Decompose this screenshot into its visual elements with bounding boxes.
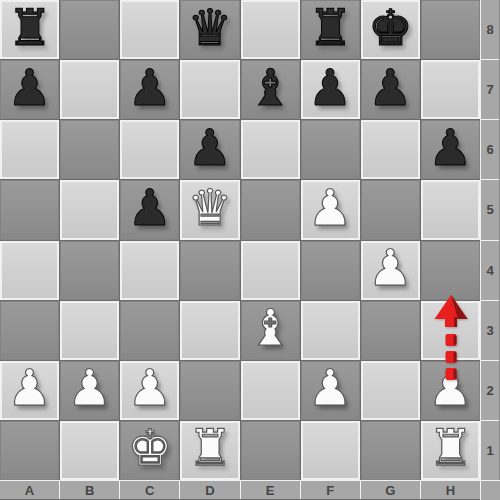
square-f2[interactable]: ♟: [301, 361, 360, 420]
square-f3[interactable]: [301, 301, 360, 360]
square-a1[interactable]: [0, 421, 59, 480]
file-labels: ABCDEFGH: [0, 480, 480, 500]
square-b6[interactable]: [60, 120, 119, 179]
square-d3[interactable]: [180, 301, 239, 360]
file-label-b: B: [60, 481, 119, 499]
square-g6[interactable]: [361, 120, 420, 179]
piece-black-pawn-a7[interactable]: ♟: [7, 63, 52, 113]
piece-white-bishop-e3[interactable]: ♝: [248, 303, 293, 353]
square-d6[interactable]: ♟: [180, 120, 239, 179]
piece-white-pawn-c2[interactable]: ♟: [127, 363, 172, 413]
square-h1[interactable]: ♜: [421, 421, 480, 480]
file-label-c: C: [120, 481, 179, 499]
square-b5[interactable]: [60, 180, 119, 239]
square-c8[interactable]: [120, 0, 179, 59]
square-f4[interactable]: [301, 241, 360, 300]
square-g1[interactable]: [361, 421, 420, 480]
square-g7[interactable]: ♟: [361, 60, 420, 119]
square-d5[interactable]: ♛: [180, 180, 239, 239]
piece-black-pawn-c5[interactable]: ♟: [127, 183, 172, 233]
square-f6[interactable]: [301, 120, 360, 179]
square-c4[interactable]: [120, 241, 179, 300]
square-c1[interactable]: ♚: [120, 421, 179, 480]
square-e4[interactable]: [241, 241, 300, 300]
piece-white-pawn-f2[interactable]: ♟: [308, 363, 353, 413]
square-b1[interactable]: [60, 421, 119, 480]
square-a5[interactable]: [0, 180, 59, 239]
square-a4[interactable]: [0, 241, 59, 300]
piece-black-pawn-h6[interactable]: ♟: [428, 123, 473, 173]
square-b4[interactable]: [60, 241, 119, 300]
piece-white-pawn-f5[interactable]: ♟: [308, 183, 353, 233]
square-g4[interactable]: ♟: [361, 241, 420, 300]
file-label-f: F: [301, 481, 360, 499]
square-h6[interactable]: ♟: [421, 120, 480, 179]
file-label-e: E: [241, 481, 300, 499]
piece-black-bishop-e7[interactable]: ♝: [248, 63, 293, 113]
square-e2[interactable]: [241, 361, 300, 420]
rank-label-6: 6: [481, 120, 499, 179]
piece-black-king-g8[interactable]: ♚: [368, 3, 413, 53]
piece-black-queen-d8[interactable]: ♛: [188, 3, 233, 53]
square-g5[interactable]: [361, 180, 420, 239]
piece-white-queen-d5[interactable]: ♛: [188, 183, 233, 233]
square-g8[interactable]: ♚: [361, 0, 420, 59]
square-d4[interactable]: [180, 241, 239, 300]
piece-black-pawn-c7[interactable]: ♟: [127, 63, 172, 113]
file-label-a: A: [0, 481, 59, 499]
square-e3[interactable]: ♝: [241, 301, 300, 360]
rank-label-2: 2: [481, 361, 499, 420]
square-a6[interactable]: [0, 120, 59, 179]
square-h5[interactable]: [421, 180, 480, 239]
piece-black-rook-f8[interactable]: ♜: [308, 3, 353, 53]
square-h4[interactable]: [421, 241, 480, 300]
square-a2[interactable]: ♟: [0, 361, 59, 420]
square-c6[interactable]: [120, 120, 179, 179]
square-d1[interactable]: ♜: [180, 421, 239, 480]
square-g3[interactable]: [361, 301, 420, 360]
square-b8[interactable]: [60, 0, 119, 59]
piece-white-rook-d1[interactable]: ♜: [188, 423, 233, 473]
piece-white-pawn-b2[interactable]: ♟: [67, 363, 112, 413]
square-b3[interactable]: [60, 301, 119, 360]
square-e8[interactable]: [241, 0, 300, 59]
piece-white-pawn-g4[interactable]: ♟: [368, 243, 413, 293]
rank-labels: 87654321: [480, 0, 500, 480]
square-a3[interactable]: [0, 301, 59, 360]
square-c5[interactable]: ♟: [120, 180, 179, 239]
file-label-h: H: [421, 481, 480, 499]
square-g2[interactable]: [361, 361, 420, 420]
square-c7[interactable]: ♟: [120, 60, 179, 119]
square-h2[interactable]: ♟: [421, 361, 480, 420]
square-f8[interactable]: ♜: [301, 0, 360, 59]
rank-label-5: 5: [481, 180, 499, 239]
piece-white-pawn-h2[interactable]: ♟: [428, 363, 473, 413]
rank-label-8: 8: [481, 0, 499, 59]
rank-label-4: 4: [481, 241, 499, 300]
square-b7[interactable]: [60, 60, 119, 119]
square-b2[interactable]: ♟: [60, 361, 119, 420]
piece-black-pawn-f7[interactable]: ♟: [308, 63, 353, 113]
rank-label-1: 1: [481, 421, 499, 480]
square-a7[interactable]: ♟: [0, 60, 59, 119]
square-e6[interactable]: [241, 120, 300, 179]
file-label-d: D: [180, 481, 239, 499]
file-label-g: G: [361, 481, 420, 499]
piece-black-pawn-g7[interactable]: ♟: [368, 63, 413, 113]
rank-label-7: 7: [481, 60, 499, 119]
square-f5[interactable]: ♟: [301, 180, 360, 239]
square-c2[interactable]: ♟: [120, 361, 179, 420]
square-e1[interactable]: [241, 421, 300, 480]
piece-white-king-c1[interactable]: ♚: [127, 423, 172, 473]
square-d8[interactable]: ♛: [180, 0, 239, 59]
rank-label-3: 3: [481, 301, 499, 360]
square-h3[interactable]: [421, 301, 480, 360]
square-d7[interactable]: [180, 60, 239, 119]
square-f7[interactable]: ♟: [301, 60, 360, 119]
square-d2[interactable]: [180, 361, 239, 420]
square-c3[interactable]: [120, 301, 179, 360]
chess-board-screenshot: ♜♛♜♚♟♟♝♟♟♟♟♟♛♟♟♝♟♟♟♟♟♚♜♜ 87654321 ABCDEF…: [0, 0, 500, 500]
square-e7[interactable]: ♝: [241, 60, 300, 119]
piece-black-rook-a8[interactable]: ♜: [7, 3, 52, 53]
piece-white-rook-h1[interactable]: ♜: [428, 423, 473, 473]
square-f1[interactable]: [301, 421, 360, 480]
square-e5[interactable]: [241, 180, 300, 239]
square-h7[interactable]: [421, 60, 480, 119]
square-a8[interactable]: ♜: [0, 0, 59, 59]
piece-white-pawn-a2[interactable]: ♟: [7, 363, 52, 413]
square-h8[interactable]: [421, 0, 480, 59]
board-grid: ♜♛♜♚♟♟♝♟♟♟♟♟♛♟♟♝♟♟♟♟♟♚♜♜: [0, 0, 480, 480]
corner-cell: [480, 480, 500, 500]
piece-black-pawn-d6[interactable]: ♟: [188, 123, 233, 173]
